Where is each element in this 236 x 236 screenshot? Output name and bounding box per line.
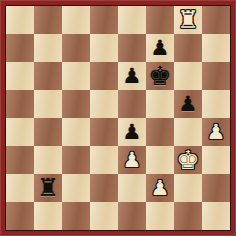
square-g7[interactable] <box>174 34 202 62</box>
piece-white-pawn[interactable]: ♟ <box>151 174 170 202</box>
square-e8[interactable] <box>118 6 146 34</box>
square-e2[interactable] <box>118 174 146 202</box>
chess-board: ♜♟♟♚♟♟♟♟♚♜♟ <box>6 6 230 230</box>
square-a5[interactable] <box>6 90 34 118</box>
piece-black-king[interactable]: ♚ <box>148 62 171 90</box>
square-f5[interactable] <box>146 90 174 118</box>
square-h8[interactable] <box>202 6 230 34</box>
piece-black-pawn[interactable]: ♟ <box>179 90 198 118</box>
square-d2[interactable] <box>90 174 118 202</box>
square-d7[interactable] <box>90 34 118 62</box>
square-e4[interactable]: ♟ <box>118 118 146 146</box>
piece-white-pawn[interactable]: ♟ <box>207 118 226 146</box>
square-g3[interactable]: ♚ <box>174 146 202 174</box>
square-g6[interactable] <box>174 62 202 90</box>
square-d6[interactable] <box>90 62 118 90</box>
square-a4[interactable] <box>6 118 34 146</box>
square-b3[interactable] <box>34 146 62 174</box>
square-h2[interactable] <box>202 174 230 202</box>
square-c7[interactable] <box>62 34 90 62</box>
square-b8[interactable] <box>34 6 62 34</box>
piece-black-pawn[interactable]: ♟ <box>123 62 142 90</box>
square-f7[interactable]: ♟ <box>146 34 174 62</box>
square-e1[interactable] <box>118 202 146 230</box>
square-d8[interactable] <box>90 6 118 34</box>
square-h5[interactable] <box>202 90 230 118</box>
square-b6[interactable] <box>34 62 62 90</box>
square-c6[interactable] <box>62 62 90 90</box>
square-d3[interactable] <box>90 146 118 174</box>
square-e7[interactable] <box>118 34 146 62</box>
square-g1[interactable] <box>174 202 202 230</box>
square-b2[interactable]: ♜ <box>34 174 62 202</box>
square-f4[interactable] <box>146 118 174 146</box>
square-c5[interactable] <box>62 90 90 118</box>
square-c2[interactable] <box>62 174 90 202</box>
square-f1[interactable] <box>146 202 174 230</box>
square-e6[interactable]: ♟ <box>118 62 146 90</box>
piece-black-pawn[interactable]: ♟ <box>123 118 142 146</box>
square-b5[interactable] <box>34 90 62 118</box>
square-h6[interactable] <box>202 62 230 90</box>
square-b4[interactable] <box>34 118 62 146</box>
piece-black-pawn[interactable]: ♟ <box>151 34 170 62</box>
square-a2[interactable] <box>6 174 34 202</box>
square-h3[interactable] <box>202 146 230 174</box>
square-f8[interactable] <box>146 6 174 34</box>
square-h4[interactable]: ♟ <box>202 118 230 146</box>
square-e5[interactable] <box>118 90 146 118</box>
square-e3[interactable]: ♟ <box>118 146 146 174</box>
piece-black-rook[interactable]: ♜ <box>37 174 59 202</box>
square-d5[interactable] <box>90 90 118 118</box>
board-frame: ♜♟♟♚♟♟♟♟♚♜♟ <box>0 0 236 236</box>
square-f6[interactable]: ♚ <box>146 62 174 90</box>
square-f2[interactable]: ♟ <box>146 174 174 202</box>
square-b1[interactable] <box>34 202 62 230</box>
square-b7[interactable] <box>34 34 62 62</box>
piece-white-rook[interactable]: ♜ <box>177 6 199 34</box>
square-g2[interactable] <box>174 174 202 202</box>
square-d1[interactable] <box>90 202 118 230</box>
square-c4[interactable] <box>62 118 90 146</box>
square-h1[interactable] <box>202 202 230 230</box>
square-a7[interactable] <box>6 34 34 62</box>
square-g8[interactable]: ♜ <box>174 6 202 34</box>
square-c8[interactable] <box>62 6 90 34</box>
square-a8[interactable] <box>6 6 34 34</box>
square-f3[interactable] <box>146 146 174 174</box>
square-g4[interactable] <box>174 118 202 146</box>
square-d4[interactable] <box>90 118 118 146</box>
square-a6[interactable] <box>6 62 34 90</box>
piece-white-pawn[interactable]: ♟ <box>123 146 142 174</box>
square-a1[interactable] <box>6 202 34 230</box>
square-c1[interactable] <box>62 202 90 230</box>
square-c3[interactable] <box>62 146 90 174</box>
square-a3[interactable] <box>6 146 34 174</box>
square-h7[interactable] <box>202 34 230 62</box>
piece-white-king[interactable]: ♚ <box>176 146 199 174</box>
square-g5[interactable]: ♟ <box>174 90 202 118</box>
